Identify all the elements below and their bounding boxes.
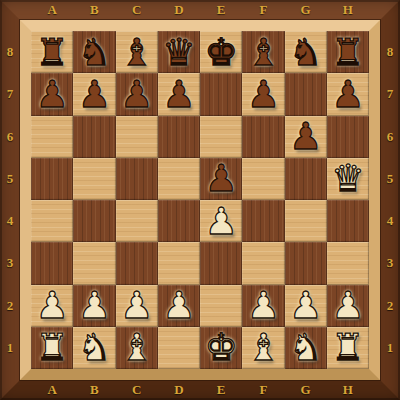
piece-black-rook-h8[interactable]: ♜ — [327, 31, 369, 73]
file-label-h: H — [327, 380, 369, 400]
file-label-a: A — [31, 0, 73, 20]
square-a3[interactable] — [31, 242, 73, 284]
file-label-g: G — [285, 380, 327, 400]
file-label-a: A — [31, 380, 73, 400]
square-g6[interactable]: ♟ — [285, 116, 327, 158]
file-label-f: F — [242, 380, 284, 400]
square-g5[interactable] — [285, 158, 327, 200]
piece-white-bishop-f1[interactable]: ♝ — [242, 327, 284, 369]
square-f1[interactable]: ♝ — [242, 327, 284, 369]
square-h1[interactable]: ♜ — [327, 327, 369, 369]
file-label-d: D — [158, 380, 200, 400]
file-label-c: C — [116, 0, 158, 20]
file-label-f: F — [242, 0, 284, 20]
square-a1[interactable]: ♜ — [31, 327, 73, 369]
chessboard: ABCDEFGH ABCDEFGH 87654321 87654321 ♜♞♝♛… — [0, 0, 400, 400]
square-a6[interactable] — [31, 116, 73, 158]
rank-label-8: 8 — [0, 31, 20, 73]
square-c3[interactable] — [116, 242, 158, 284]
square-c2[interactable]: ♟ — [116, 285, 158, 327]
square-d2[interactable]: ♟ — [158, 285, 200, 327]
piece-white-knight-g1[interactable]: ♞ — [285, 327, 327, 369]
square-f2[interactable]: ♟ — [242, 285, 284, 327]
square-e8[interactable]: ♚ — [200, 31, 242, 73]
rank-label-1: 1 — [380, 327, 400, 369]
square-a2[interactable]: ♟ — [31, 285, 73, 327]
square-h4[interactable] — [327, 200, 369, 242]
rank-label-8: 8 — [380, 31, 400, 73]
square-f3[interactable] — [242, 242, 284, 284]
square-g4[interactable] — [285, 200, 327, 242]
piece-white-pawn-d2[interactable]: ♟ — [158, 285, 200, 327]
square-a5[interactable] — [31, 158, 73, 200]
file-label-g: G — [285, 0, 327, 20]
square-h6[interactable] — [327, 116, 369, 158]
square-g7[interactable] — [285, 73, 327, 115]
square-c4[interactable] — [116, 200, 158, 242]
square-h7[interactable]: ♟ — [327, 73, 369, 115]
square-e2[interactable] — [200, 285, 242, 327]
square-h3[interactable] — [327, 242, 369, 284]
piece-black-pawn-f7[interactable]: ♟ — [242, 73, 284, 115]
square-c1[interactable]: ♝ — [116, 327, 158, 369]
rank-label-4: 4 — [380, 200, 400, 242]
piece-black-pawn-a7[interactable]: ♟ — [31, 73, 73, 115]
square-d5[interactable] — [158, 158, 200, 200]
rank-label-1: 1 — [0, 327, 20, 369]
rank-label-3: 3 — [0, 242, 20, 284]
square-e7[interactable] — [200, 73, 242, 115]
square-e3[interactable] — [200, 242, 242, 284]
file-label-d: D — [158, 0, 200, 20]
piece-black-pawn-h7[interactable]: ♟ — [327, 73, 369, 115]
square-b7[interactable]: ♟ — [73, 73, 115, 115]
piece-white-pawn-a2[interactable]: ♟ — [31, 285, 73, 327]
square-g2[interactable]: ♟ — [285, 285, 327, 327]
piece-white-pawn-c2[interactable]: ♟ — [116, 285, 158, 327]
piece-black-pawn-c7[interactable]: ♟ — [116, 73, 158, 115]
file-label-h: H — [327, 0, 369, 20]
square-e4[interactable]: ♟ — [200, 200, 242, 242]
square-c5[interactable] — [116, 158, 158, 200]
piece-black-knight-g8[interactable]: ♞ — [285, 31, 327, 73]
rank-label-5: 5 — [0, 158, 20, 200]
square-b5[interactable] — [73, 158, 115, 200]
square-b3[interactable] — [73, 242, 115, 284]
piece-white-rook-a1[interactable]: ♜ — [31, 327, 73, 369]
board-bevel: ♜♞♝♛♚♝♞♜♟♟♟♟♟♟♟♟♛♟♟♟♟♟♟♟♟♜♞♝♚♝♞♜ — [20, 20, 380, 380]
square-b4[interactable] — [73, 200, 115, 242]
file-label-b: B — [73, 380, 115, 400]
square-f7[interactable]: ♟ — [242, 73, 284, 115]
square-a4[interactable] — [31, 200, 73, 242]
square-f6[interactable] — [242, 116, 284, 158]
square-h8[interactable]: ♜ — [327, 31, 369, 73]
square-b8[interactable]: ♞ — [73, 31, 115, 73]
piece-black-pawn-d7[interactable]: ♟ — [158, 73, 200, 115]
square-a8[interactable]: ♜ — [31, 31, 73, 73]
square-g1[interactable]: ♞ — [285, 327, 327, 369]
square-d7[interactable]: ♟ — [158, 73, 200, 115]
piece-black-bishop-f8[interactable]: ♝ — [242, 31, 284, 73]
piece-white-pawn-b2[interactable]: ♟ — [73, 285, 115, 327]
square-f4[interactable] — [242, 200, 284, 242]
square-d1[interactable] — [158, 327, 200, 369]
rank-label-7: 7 — [380, 73, 400, 115]
square-d6[interactable] — [158, 116, 200, 158]
rank-labels-right: 87654321 — [380, 31, 400, 369]
piece-white-pawn-e4[interactable]: ♟ — [200, 200, 242, 242]
square-g3[interactable] — [285, 242, 327, 284]
file-label-e: E — [200, 380, 242, 400]
piece-black-knight-b8[interactable]: ♞ — [73, 31, 115, 73]
square-h5[interactable]: ♛ — [327, 158, 369, 200]
rank-label-6: 6 — [380, 116, 400, 158]
square-c8[interactable]: ♝ — [116, 31, 158, 73]
square-h2[interactable]: ♟ — [327, 285, 369, 327]
file-label-c: C — [116, 380, 158, 400]
rank-labels-left: 87654321 — [0, 31, 20, 369]
rank-label-2: 2 — [380, 285, 400, 327]
square-d8[interactable]: ♛ — [158, 31, 200, 73]
square-f8[interactable]: ♝ — [242, 31, 284, 73]
file-label-e: E — [200, 0, 242, 20]
piece-white-pawn-h2[interactable]: ♟ — [327, 285, 369, 327]
square-e6[interactable] — [200, 116, 242, 158]
piece-white-rook-h1[interactable]: ♜ — [327, 327, 369, 369]
square-b2[interactable]: ♟ — [73, 285, 115, 327]
square-c7[interactable]: ♟ — [116, 73, 158, 115]
piece-black-pawn-b7[interactable]: ♟ — [73, 73, 115, 115]
piece-white-king-e1[interactable]: ♚ — [200, 327, 242, 369]
piece-white-pawn-g2[interactable]: ♟ — [285, 285, 327, 327]
rank-label-4: 4 — [0, 200, 20, 242]
square-f5[interactable] — [242, 158, 284, 200]
rank-label-5: 5 — [380, 158, 400, 200]
piece-white-queen-h5[interactable]: ♛ — [327, 158, 369, 200]
piece-black-pawn-e5[interactable]: ♟ — [200, 158, 242, 200]
file-labels-bottom: ABCDEFGH — [31, 380, 369, 400]
piece-black-king-e8[interactable]: ♚ — [200, 31, 242, 73]
piece-white-bishop-c1[interactable]: ♝ — [116, 327, 158, 369]
piece-white-knight-b1[interactable]: ♞ — [73, 327, 115, 369]
square-d3[interactable] — [158, 242, 200, 284]
rank-label-2: 2 — [0, 285, 20, 327]
file-labels-top: ABCDEFGH — [31, 0, 369, 20]
square-a7[interactable]: ♟ — [31, 73, 73, 115]
file-label-b: B — [73, 0, 115, 20]
square-g8[interactable]: ♞ — [285, 31, 327, 73]
rank-label-7: 7 — [0, 73, 20, 115]
square-b1[interactable]: ♞ — [73, 327, 115, 369]
square-c6[interactable] — [116, 116, 158, 158]
piece-black-bishop-c8[interactable]: ♝ — [116, 31, 158, 73]
square-b6[interactable] — [73, 116, 115, 158]
piece-black-pawn-g6[interactable]: ♟ — [285, 116, 327, 158]
rank-label-3: 3 — [380, 242, 400, 284]
rank-label-6: 6 — [0, 116, 20, 158]
piece-black-rook-a8[interactable]: ♜ — [31, 31, 73, 73]
square-e1[interactable]: ♚ — [200, 327, 242, 369]
piece-white-pawn-f2[interactable]: ♟ — [242, 285, 284, 327]
square-e5[interactable]: ♟ — [200, 158, 242, 200]
square-d4[interactable] — [158, 200, 200, 242]
board: ♜♞♝♛♚♝♞♜♟♟♟♟♟♟♟♟♛♟♟♟♟♟♟♟♟♜♞♝♚♝♞♜ — [31, 31, 369, 369]
piece-black-queen-d8[interactable]: ♛ — [158, 31, 200, 73]
